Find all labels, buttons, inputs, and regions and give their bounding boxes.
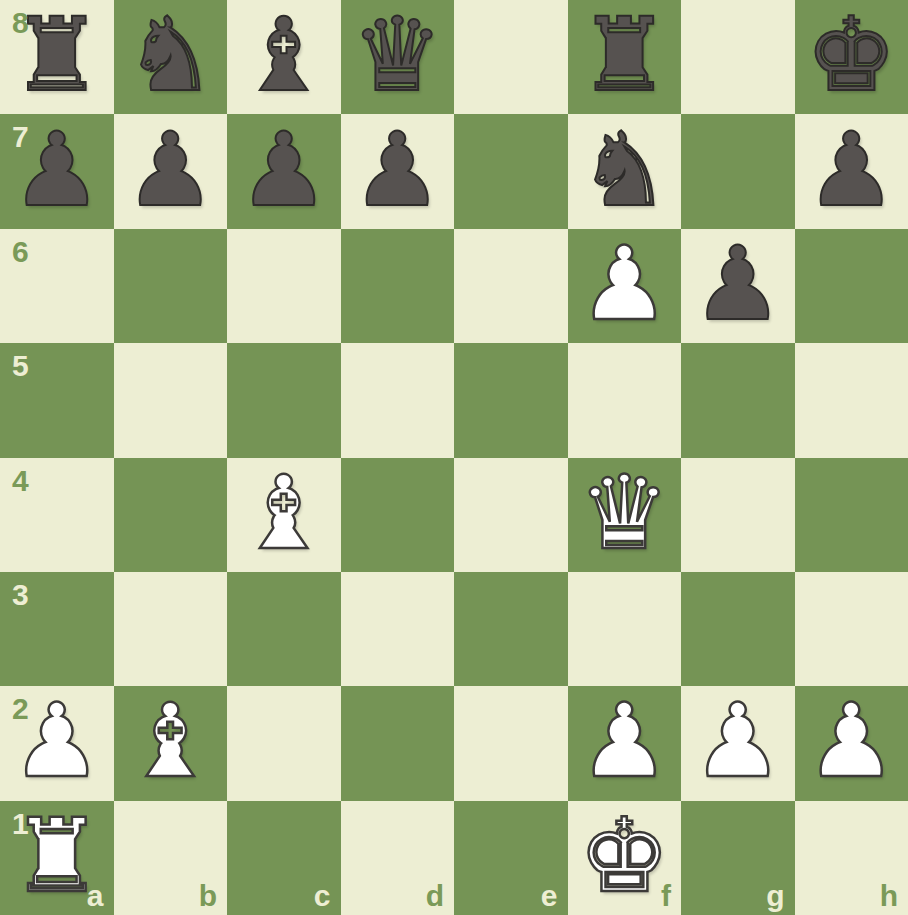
- piece-black-queen-d8[interactable]: ♛: [352, 4, 443, 106]
- square-c8[interactable]: ♝: [227, 0, 341, 114]
- piece-white-pawn-f2[interactable]: ♟: [579, 690, 670, 792]
- square-a6[interactable]: 6: [0, 229, 114, 343]
- square-a5[interactable]: 5: [0, 343, 114, 457]
- square-b7[interactable]: ♟: [114, 114, 228, 228]
- square-h3[interactable]: [795, 572, 908, 686]
- rank-label-7: 7: [12, 122, 29, 152]
- square-h2[interactable]: ♟: [795, 686, 908, 800]
- file-label-a: a: [87, 881, 104, 911]
- square-d8[interactable]: ♛: [341, 0, 455, 114]
- file-label-e: e: [541, 881, 558, 911]
- square-e3[interactable]: [454, 572, 568, 686]
- square-a3[interactable]: 3: [0, 572, 114, 686]
- square-e2[interactable]: [454, 686, 568, 800]
- square-e6[interactable]: [454, 229, 568, 343]
- square-c5[interactable]: [227, 343, 341, 457]
- piece-black-knight-b8[interactable]: ♞: [125, 4, 216, 106]
- square-g3[interactable]: [681, 572, 795, 686]
- square-a7[interactable]: 7♟: [0, 114, 114, 228]
- square-f8[interactable]: ♜: [568, 0, 682, 114]
- piece-black-pawn-g6[interactable]: ♟: [692, 233, 783, 335]
- square-b3[interactable]: [114, 572, 228, 686]
- piece-black-knight-f7[interactable]: ♞: [579, 119, 670, 221]
- piece-black-pawn-c7[interactable]: ♟: [238, 119, 329, 221]
- square-g4[interactable]: [681, 458, 795, 572]
- square-a4[interactable]: 4: [0, 458, 114, 572]
- square-f4[interactable]: ♛: [568, 458, 682, 572]
- square-e8[interactable]: [454, 0, 568, 114]
- piece-black-pawn-h7[interactable]: ♟: [806, 119, 897, 221]
- file-label-d: d: [426, 881, 444, 911]
- chess-board: 8♜♞♝♛♜♚7♟♟♟♟♞♟6♟♟54♝♛32♟♝♟♟♟1a♜bcdef♚gh: [0, 0, 908, 915]
- square-f3[interactable]: [568, 572, 682, 686]
- square-g5[interactable]: [681, 343, 795, 457]
- file-label-g: g: [766, 881, 784, 911]
- piece-black-king-h8[interactable]: ♚: [806, 4, 897, 106]
- square-b6[interactable]: [114, 229, 228, 343]
- square-a2[interactable]: 2♟: [0, 686, 114, 800]
- square-b5[interactable]: [114, 343, 228, 457]
- square-h8[interactable]: ♚: [795, 0, 908, 114]
- square-g2[interactable]: ♟: [681, 686, 795, 800]
- file-label-c: c: [314, 881, 331, 911]
- square-a1[interactable]: 1a♜: [0, 801, 114, 915]
- piece-black-pawn-d7[interactable]: ♟: [352, 119, 443, 221]
- square-b1[interactable]: b: [114, 801, 228, 915]
- square-h6[interactable]: [795, 229, 908, 343]
- rank-label-4: 4: [12, 466, 29, 496]
- square-d4[interactable]: [341, 458, 455, 572]
- square-d2[interactable]: [341, 686, 455, 800]
- rank-label-5: 5: [12, 351, 29, 381]
- file-label-h: h: [880, 881, 898, 911]
- piece-white-pawn-g2[interactable]: ♟: [692, 690, 783, 792]
- square-f5[interactable]: [568, 343, 682, 457]
- square-f7[interactable]: ♞: [568, 114, 682, 228]
- square-h7[interactable]: ♟: [795, 114, 908, 228]
- piece-white-bishop-b2[interactable]: ♝: [125, 690, 216, 792]
- square-h4[interactable]: [795, 458, 908, 572]
- square-f2[interactable]: ♟: [568, 686, 682, 800]
- square-e4[interactable]: [454, 458, 568, 572]
- square-d6[interactable]: [341, 229, 455, 343]
- square-f6[interactable]: ♟: [568, 229, 682, 343]
- square-d5[interactable]: [341, 343, 455, 457]
- square-e1[interactable]: e: [454, 801, 568, 915]
- chess-board-page: 8♜♞♝♛♜♚7♟♟♟♟♞♟6♟♟54♝♛32♟♝♟♟♟1a♜bcdef♚gh: [0, 0, 908, 915]
- rank-label-8: 8: [12, 8, 29, 38]
- square-d1[interactable]: d: [341, 801, 455, 915]
- square-g7[interactable]: [681, 114, 795, 228]
- square-g6[interactable]: ♟: [681, 229, 795, 343]
- square-h5[interactable]: [795, 343, 908, 457]
- rank-label-6: 6: [12, 237, 29, 267]
- piece-white-pawn-f6[interactable]: ♟: [579, 233, 670, 335]
- square-e7[interactable]: [454, 114, 568, 228]
- square-f1[interactable]: f♚: [568, 801, 682, 915]
- square-c6[interactable]: [227, 229, 341, 343]
- rank-label-2: 2: [12, 694, 29, 724]
- square-b4[interactable]: [114, 458, 228, 572]
- piece-white-queen-f4[interactable]: ♛: [579, 462, 670, 564]
- square-d7[interactable]: ♟: [341, 114, 455, 228]
- rank-label-1: 1: [12, 809, 29, 839]
- piece-white-bishop-c4[interactable]: ♝: [238, 462, 329, 564]
- square-c3[interactable]: [227, 572, 341, 686]
- piece-white-king-f1[interactable]: ♚: [579, 805, 670, 907]
- piece-black-rook-f8[interactable]: ♜: [579, 4, 670, 106]
- piece-black-bishop-c8[interactable]: ♝: [238, 4, 329, 106]
- square-b8[interactable]: ♞: [114, 0, 228, 114]
- square-e5[interactable]: [454, 343, 568, 457]
- square-g8[interactable]: [681, 0, 795, 114]
- square-h1[interactable]: h: [795, 801, 908, 915]
- square-g1[interactable]: g: [681, 801, 795, 915]
- rank-label-3: 3: [12, 580, 29, 610]
- square-c4[interactable]: ♝: [227, 458, 341, 572]
- square-c2[interactable]: [227, 686, 341, 800]
- file-label-b: b: [199, 881, 217, 911]
- piece-white-pawn-h2[interactable]: ♟: [806, 690, 897, 792]
- square-a8[interactable]: 8♜: [0, 0, 114, 114]
- square-c1[interactable]: c: [227, 801, 341, 915]
- file-label-f: f: [661, 881, 671, 911]
- piece-black-pawn-b7[interactable]: ♟: [125, 119, 216, 221]
- square-c7[interactable]: ♟: [227, 114, 341, 228]
- square-d3[interactable]: [341, 572, 455, 686]
- square-b2[interactable]: ♝: [114, 686, 228, 800]
